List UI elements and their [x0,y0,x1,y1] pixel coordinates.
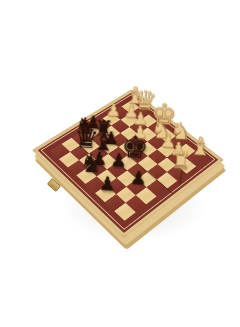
board-maroon-border: ♝♛♚♞♝♟♟♞♟♟♟♟♜♟♜♟♚♞♝♟♟♛♟♞♟ [38,93,219,233]
board-3d-scene: ♝♛♚♞♝♟♟♞♟♟♟♟♜♟♜♟♚♞♝♟♟♛♟♞♟ [57,84,200,227]
white-king: ♚ [151,99,166,128]
white-bishop: ♝ [189,133,204,159]
white-bishop: ♝ [124,84,138,108]
product-photo-chess-set[interactable]: ♝♛♚♞♝♟♟♞♟♟♟♟♜♟♜♟♚♞♝♟♟♛♟♞♟ [0,0,240,327]
white-knight: ♞ [169,119,184,143]
black-knight: ♞ [75,114,90,138]
square-e1 [86,177,106,193]
white-queen: ♛ [133,87,147,114]
square-h8: ♝ [186,151,205,166]
